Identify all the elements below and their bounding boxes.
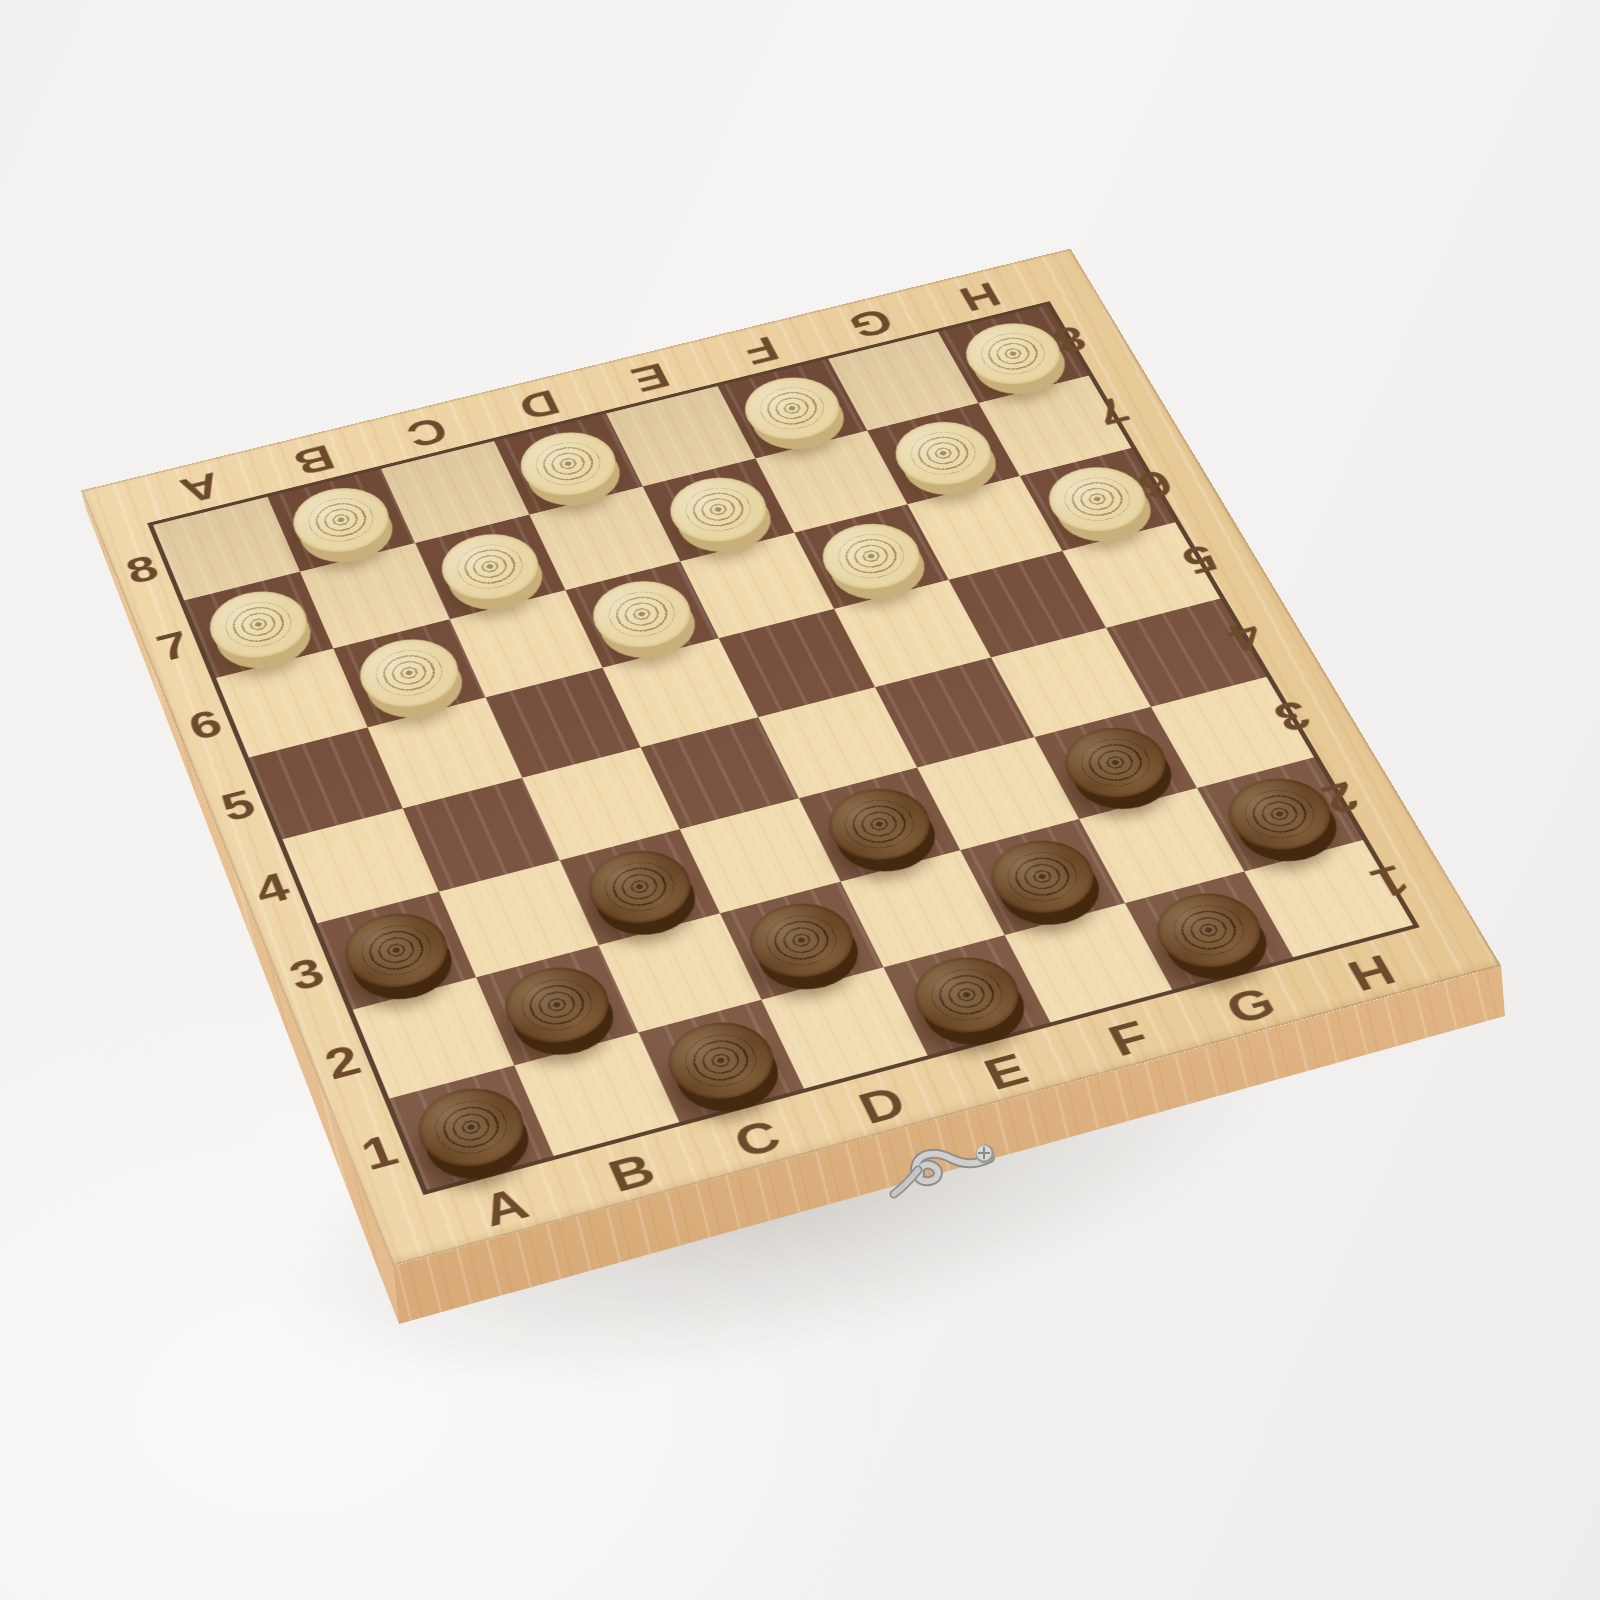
white-man-glyph: ⛀: [1090, 494, 1104, 505]
dark-man-glyph: ⛂: [872, 818, 887, 830]
white-man-glyph: ⛀: [334, 515, 347, 526]
white-man-glyph: ⛀: [864, 551, 878, 562]
dark-man-glyph: ⛂: [1272, 808, 1287, 820]
white-man-glyph: ⛀: [252, 619, 265, 630]
dark-man-glyph: ⛂: [794, 934, 809, 946]
white-man-glyph: ⛀: [1006, 349, 1020, 359]
dark-man-glyph: ⛂: [1035, 871, 1050, 883]
dark-man-glyph: ⛂: [713, 1054, 728, 1067]
clasp-tail: [894, 1170, 918, 1194]
dark-man-glyph: ⛂: [389, 944, 403, 956]
dark-man-glyph: ⛂: [1201, 924, 1216, 936]
dark-man-glyph: ⛂: [959, 989, 974, 1001]
dark-man-glyph: ⛂: [632, 881, 646, 893]
scene: ABCDEFGH ABCDEFGH 12345678 12345678 ⛀⛀⛀⛀…: [0, 0, 1600, 1600]
white-man-glyph: ⛀: [785, 403, 799, 413]
white-man-glyph: ⛀: [936, 448, 950, 458]
white-man-glyph: ⛀: [711, 504, 725, 515]
dark-man-glyph: ⛂: [1108, 757, 1123, 769]
white-man-glyph: ⛀: [402, 667, 416, 678]
white-man-glyph: ⛀: [483, 561, 497, 572]
clasp-hook: [878, 1112, 1018, 1222]
white-man-glyph: ⛀: [635, 609, 649, 620]
dark-man-glyph: ⛂: [549, 999, 564, 1011]
white-man-glyph: ⛀: [561, 458, 574, 468]
dark-man-glyph: ⛂: [464, 1121, 479, 1134]
